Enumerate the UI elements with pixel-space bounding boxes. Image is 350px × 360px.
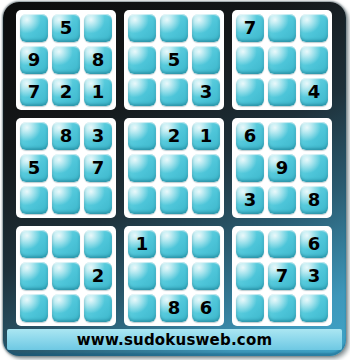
cell-r7c7[interactable] <box>236 230 264 258</box>
cell-r9c2[interactable] <box>52 294 80 322</box>
cell-r2c5[interactable]: 5 <box>160 46 188 74</box>
cell-r7c1[interactable] <box>20 230 48 258</box>
cell-r1c5[interactable] <box>160 14 188 42</box>
cell-r7c4[interactable]: 1 <box>128 230 156 258</box>
box-r3c1: 2 <box>16 226 116 326</box>
cell-r4c5[interactable]: 2 <box>160 122 188 150</box>
cell-r4c8[interactable] <box>268 122 296 150</box>
cell-r1c3[interactable] <box>84 14 112 42</box>
cell-r3c1[interactable]: 7 <box>20 78 48 106</box>
cell-r8c1[interactable] <box>20 262 48 290</box>
cell-r2c8[interactable] <box>268 46 296 74</box>
cell-r5c9[interactable] <box>300 154 328 182</box>
cell-r6c7[interactable]: 3 <box>236 186 264 214</box>
cell-r9c7[interactable] <box>236 294 264 322</box>
cell-r5c6[interactable] <box>192 154 220 182</box>
cell-r7c9[interactable]: 6 <box>300 230 328 258</box>
cell-r6c2[interactable] <box>52 186 80 214</box>
cell-r8c7[interactable] <box>236 262 264 290</box>
cell-r2c7[interactable] <box>236 46 264 74</box>
sudoku-board: 598721537483572169382186673 <box>16 10 332 326</box>
cell-r5c2[interactable] <box>52 154 80 182</box>
cell-r2c4[interactable] <box>128 46 156 74</box>
cell-r6c6[interactable] <box>192 186 220 214</box>
cell-r1c4[interactable] <box>128 14 156 42</box>
cell-r7c8[interactable] <box>268 230 296 258</box>
box-r1c1: 598721 <box>16 10 116 110</box>
cell-r4c9[interactable] <box>300 122 328 150</box>
cell-r9c9[interactable] <box>300 294 328 322</box>
cell-r4c6[interactable]: 1 <box>192 122 220 150</box>
cell-r1c1[interactable] <box>20 14 48 42</box>
cell-r5c8[interactable]: 9 <box>268 154 296 182</box>
cell-r7c6[interactable] <box>192 230 220 258</box>
website-link[interactable]: www.sudokusweb.com <box>77 331 272 349</box>
cell-r5c1[interactable]: 5 <box>20 154 48 182</box>
cell-r4c7[interactable]: 6 <box>236 122 264 150</box>
box-r1c3: 74 <box>232 10 332 110</box>
cell-r3c9[interactable]: 4 <box>300 78 328 106</box>
cell-r1c7[interactable]: 7 <box>236 14 264 42</box>
cell-r7c5[interactable] <box>160 230 188 258</box>
cell-r4c2[interactable]: 8 <box>52 122 80 150</box>
cell-r1c2[interactable]: 5 <box>52 14 80 42</box>
cell-r4c1[interactable] <box>20 122 48 150</box>
cell-r9c4[interactable] <box>128 294 156 322</box>
cell-r6c5[interactable] <box>160 186 188 214</box>
cell-r6c4[interactable] <box>128 186 156 214</box>
cell-r5c7[interactable] <box>236 154 264 182</box>
cell-r8c4[interactable] <box>128 262 156 290</box>
cell-r6c8[interactable] <box>268 186 296 214</box>
board-frame: 598721537483572169382186673 www.sudokusw… <box>3 2 346 356</box>
cell-r1c9[interactable] <box>300 14 328 42</box>
cell-r9c6[interactable]: 6 <box>192 294 220 322</box>
cell-r6c9[interactable]: 8 <box>300 186 328 214</box>
cell-r2c1[interactable]: 9 <box>20 46 48 74</box>
cell-r7c3[interactable] <box>84 230 112 258</box>
cell-r8c6[interactable] <box>192 262 220 290</box>
cell-r8c9[interactable]: 3 <box>300 262 328 290</box>
footer-bar: www.sudokusweb.com <box>7 329 342 350</box>
cell-r2c2[interactable] <box>52 46 80 74</box>
cell-r5c4[interactable] <box>128 154 156 182</box>
cell-r5c5[interactable] <box>160 154 188 182</box>
box-r3c3: 673 <box>232 226 332 326</box>
cell-r5c3[interactable]: 7 <box>84 154 112 182</box>
cell-r1c8[interactable] <box>268 14 296 42</box>
cell-r3c3[interactable]: 1 <box>84 78 112 106</box>
cell-r1c6[interactable] <box>192 14 220 42</box>
cell-r8c5[interactable] <box>160 262 188 290</box>
cell-r8c8[interactable]: 7 <box>268 262 296 290</box>
cell-r3c8[interactable] <box>268 78 296 106</box>
cell-r2c9[interactable] <box>300 46 328 74</box>
cell-r6c1[interactable] <box>20 186 48 214</box>
cell-r2c6[interactable] <box>192 46 220 74</box>
cell-r7c2[interactable] <box>52 230 80 258</box>
cell-r3c2[interactable]: 2 <box>52 78 80 106</box>
cell-r3c6[interactable]: 3 <box>192 78 220 106</box>
box-r2c1: 8357 <box>16 118 116 218</box>
cell-r3c7[interactable] <box>236 78 264 106</box>
cell-r3c4[interactable] <box>128 78 156 106</box>
cell-r9c1[interactable] <box>20 294 48 322</box>
cell-r2c3[interactable]: 8 <box>84 46 112 74</box>
cell-r9c5[interactable]: 8 <box>160 294 188 322</box>
box-r2c2: 21 <box>124 118 224 218</box>
cell-r3c5[interactable] <box>160 78 188 106</box>
cell-r4c4[interactable] <box>128 122 156 150</box>
box-r2c3: 6938 <box>232 118 332 218</box>
box-r1c2: 53 <box>124 10 224 110</box>
box-r3c2: 186 <box>124 226 224 326</box>
cell-r9c8[interactable] <box>268 294 296 322</box>
cell-r8c3[interactable]: 2 <box>84 262 112 290</box>
cell-r8c2[interactable] <box>52 262 80 290</box>
cell-r4c3[interactable]: 3 <box>84 122 112 150</box>
cell-r6c3[interactable] <box>84 186 112 214</box>
cell-r9c3[interactable] <box>84 294 112 322</box>
